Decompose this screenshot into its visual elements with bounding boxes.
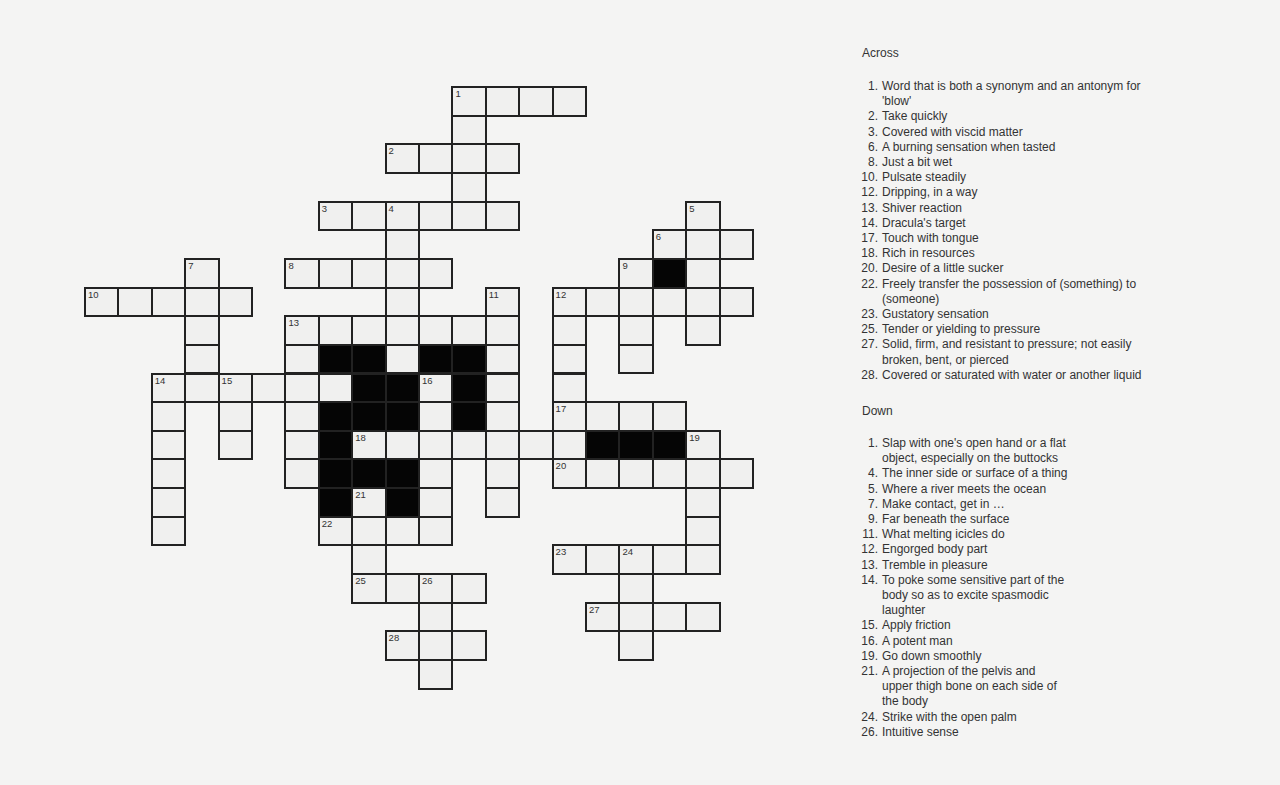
clue-number: 10. [858, 170, 878, 185]
cell-r7c12[interactable]: 11 [485, 287, 520, 318]
cell-r9c12[interactable] [485, 344, 520, 375]
cell-r1c11[interactable] [451, 115, 486, 146]
black-cell-r14c9 [385, 487, 420, 518]
cell-r10c12[interactable] [485, 373, 520, 404]
cell-r9c6[interactable] [284, 344, 319, 375]
down-header: Down [862, 404, 893, 419]
cell-r18c15[interactable]: 27 [585, 602, 620, 633]
black-cell-r9c8 [351, 344, 386, 375]
across-clue-17: 17.Touch with tongue [858, 231, 1141, 246]
black-cell-r6c17 [652, 258, 687, 289]
across-clue-27: 27.Solid, firm, and resistant to pressur… [858, 337, 1141, 367]
clue-text: Apply friction [882, 618, 951, 633]
clue-number: 27. [858, 337, 878, 367]
across-clue-23: 23.Gustatory sensation [858, 307, 1141, 322]
black-cell-r10c8 [351, 373, 386, 404]
cell-r10c4[interactable]: 15 [218, 373, 253, 404]
across-clue-list: 1.Word that is both a synonym and an ant… [858, 79, 1141, 383]
clue-text: Pulsate steadily [882, 170, 966, 185]
cell-r9c3[interactable] [184, 344, 219, 375]
black-cell-r12c7 [318, 430, 353, 461]
cell-number-13: 13 [288, 317, 299, 328]
clue-number: 13. [858, 558, 878, 573]
across-clue-2: 2.Take quickly [858, 109, 1141, 124]
cell-r9c14[interactable] [552, 344, 587, 375]
across-clue-20: 20.Desire of a little sucker [858, 261, 1141, 276]
clue-number: 16. [858, 634, 878, 649]
clue-text: Covered with viscid matter [882, 125, 1023, 140]
cell-number-21: 21 [355, 489, 366, 500]
black-cell-r13c9 [385, 458, 420, 489]
cell-number-25: 25 [355, 575, 366, 586]
clue-text: Where a river meets the ocean [882, 482, 1046, 497]
clue-number: 1. [858, 436, 878, 466]
cell-r4c11[interactable] [451, 201, 486, 232]
cell-r4c10[interactable] [418, 201, 453, 232]
cell-r12c18[interactable]: 19 [685, 430, 720, 461]
clue-text: To poke some sensitive part of thebody s… [882, 573, 1064, 619]
cell-r13c19[interactable] [719, 458, 754, 489]
cell-number-6: 6 [656, 231, 661, 242]
cell-r15c18[interactable] [685, 516, 720, 547]
cell-r14c18[interactable] [685, 487, 720, 518]
cell-r19c16[interactable] [618, 630, 653, 661]
cell-r6c16[interactable]: 9 [618, 258, 653, 289]
cell-r3c11[interactable] [451, 172, 486, 203]
down-clue-12: 12.Engorged body part [858, 542, 1067, 557]
black-cell-r13c7 [318, 458, 353, 489]
cell-r10c5[interactable] [251, 373, 286, 404]
clue-number: 9. [858, 512, 878, 527]
cell-number-14: 14 [155, 375, 166, 386]
cell-number-23: 23 [556, 546, 567, 557]
cell-r16c17[interactable] [652, 544, 687, 575]
clue-text: Covered or saturated with water or anoth… [882, 368, 1141, 383]
cell-r7c9[interactable] [385, 287, 420, 318]
cell-r11c12[interactable] [485, 401, 520, 432]
clue-text: A projection of the pelvis andupper thig… [882, 664, 1057, 710]
cell-r13c12[interactable] [485, 458, 520, 489]
across-clue-12: 12.Dripping, in a way [858, 185, 1141, 200]
clue-number: 8. [858, 155, 878, 170]
clue-number: 18. [858, 246, 878, 261]
cell-number-28: 28 [389, 632, 400, 643]
cell-r12c12[interactable] [485, 430, 520, 461]
black-cell-r12c17 [652, 430, 687, 461]
clue-text: Solid, firm, and resistant to pressure; … [882, 337, 1131, 367]
cell-r12c4[interactable] [218, 430, 253, 461]
down-clue-14: 14.To poke some sensitive part of thebod… [858, 573, 1067, 619]
cell-r18c10[interactable] [418, 602, 453, 633]
clue-text: Shiver reaction [882, 201, 962, 216]
cell-r14c8[interactable]: 21 [351, 487, 386, 518]
clue-text: Freely transfer the possession of (somet… [882, 277, 1136, 307]
cell-number-9: 9 [622, 260, 627, 271]
cell-r14c10[interactable] [418, 487, 453, 518]
cell-r16c14[interactable]: 23 [552, 544, 587, 575]
clue-text: Slap with one's open hand or a flatobjec… [882, 436, 1066, 466]
cell-r6c3[interactable]: 7 [184, 258, 219, 289]
clue-number: 17. [858, 231, 878, 246]
cell-r8c12[interactable] [485, 315, 520, 346]
black-cell-r10c9 [385, 373, 420, 404]
across-clue-22: 22.Freely transfer the possession of (so… [858, 277, 1141, 307]
cell-r2c9[interactable]: 2 [385, 143, 420, 174]
cell-r7c18[interactable] [685, 287, 720, 318]
cell-r8c18[interactable] [685, 315, 720, 346]
cell-r5c9[interactable] [385, 229, 420, 260]
black-cell-r12c16 [618, 430, 653, 461]
down-clue-1: 1.Slap with one's open hand or a flatobj… [858, 436, 1067, 466]
cell-r11c4[interactable] [218, 401, 253, 432]
across-clue-1: 1.Word that is both a synonym and an ant… [858, 79, 1141, 109]
cell-r11c16[interactable] [618, 401, 653, 432]
cell-r15c9[interactable] [385, 516, 420, 547]
down-clue-19: 19.Go down smoothly [858, 649, 1067, 664]
clue-text: Rich in resources [882, 246, 975, 261]
cell-number-8: 8 [288, 260, 293, 271]
cell-r10c6[interactable] [284, 373, 319, 404]
cell-r7c0[interactable]: 10 [84, 287, 119, 318]
clue-number: 19. [858, 649, 878, 664]
cell-r12c9[interactable] [385, 430, 420, 461]
down-clue-26: 26.Intuitive sense [858, 725, 1067, 740]
cell-r8c6[interactable]: 13 [284, 315, 319, 346]
clue-number: 20. [858, 261, 878, 276]
cell-r19c9[interactable]: 28 [385, 630, 420, 661]
cell-r11c10[interactable] [418, 401, 453, 432]
cell-number-24: 24 [622, 546, 633, 557]
cell-r8c16[interactable] [618, 315, 653, 346]
cell-number-5: 5 [689, 203, 694, 214]
clue-text: Tender or yielding to pressure [882, 322, 1040, 337]
cell-r11c17[interactable] [652, 401, 687, 432]
across-clue-10: 10.Pulsate steadily [858, 170, 1141, 185]
cell-r12c2[interactable] [151, 430, 186, 461]
down-clue-16: 16.A potent man [858, 634, 1067, 649]
cell-r20c10[interactable] [418, 659, 453, 690]
across-clue-6: 6.A burning sensation when tasted [858, 140, 1141, 155]
cell-r8c3[interactable] [184, 315, 219, 346]
cell-r6c9[interactable] [385, 258, 420, 289]
clue-number: 3. [858, 125, 878, 140]
black-cell-r9c7 [318, 344, 353, 375]
clue-number: 5. [858, 482, 878, 497]
cell-r0c12[interactable] [485, 86, 520, 117]
cell-r7c1[interactable] [117, 287, 152, 318]
cell-r8c8[interactable] [351, 315, 386, 346]
black-cell-r9c11 [451, 344, 486, 375]
cell-r9c9[interactable] [385, 344, 420, 375]
cell-number-1: 1 [455, 88, 460, 99]
clue-text: Dracula's target [882, 216, 966, 231]
clue-number: 7. [858, 497, 878, 512]
cell-r16c18[interactable] [685, 544, 720, 575]
cell-number-12: 12 [556, 289, 567, 300]
cell-r16c15[interactable] [585, 544, 620, 575]
clue-text: Gustatory sensation [882, 307, 989, 322]
cell-r13c14[interactable]: 20 [552, 458, 587, 489]
cell-r15c10[interactable] [418, 516, 453, 547]
clue-text: Just a bit wet [882, 155, 952, 170]
cell-r2c11[interactable] [451, 143, 486, 174]
cell-r19c11[interactable] [451, 630, 486, 661]
cell-number-18: 18 [355, 432, 366, 443]
black-cell-r12c15 [585, 430, 620, 461]
cell-number-16: 16 [422, 375, 433, 386]
clue-number: 23. [858, 307, 878, 322]
clue-number: 6. [858, 140, 878, 155]
black-cell-r11c11 [451, 401, 486, 432]
cell-r17c11[interactable] [451, 573, 486, 604]
clue-number: 13. [858, 201, 878, 216]
cell-r12c8[interactable]: 18 [351, 430, 386, 461]
cell-r10c14[interactable] [552, 373, 587, 404]
cell-r14c12[interactable] [485, 487, 520, 518]
down-clue-15: 15.Apply friction [858, 618, 1067, 633]
clue-text: A burning sensation when tasted [882, 140, 1055, 155]
cell-r13c17[interactable] [652, 458, 687, 489]
cell-r7c2[interactable] [151, 287, 186, 318]
down-clue-5: 5.Where a river meets the ocean [858, 482, 1067, 497]
clue-number: 11. [858, 527, 878, 542]
cell-number-3: 3 [322, 203, 327, 214]
cell-r15c7[interactable]: 22 [318, 516, 353, 547]
across-clue-18: 18.Rich in resources [858, 246, 1141, 261]
cell-number-27: 27 [589, 604, 600, 615]
crossword-page: 1234567891011121314151617181920212223242… [0, 0, 1280, 785]
cell-r17c9[interactable] [385, 573, 420, 604]
clue-text: The inner side or surface of a thing [882, 466, 1067, 481]
cell-r13c15[interactable] [585, 458, 620, 489]
cell-r17c8[interactable]: 25 [351, 573, 386, 604]
cell-r6c6[interactable]: 8 [284, 258, 319, 289]
cell-r11c2[interactable] [151, 401, 186, 432]
clue-number: 12. [858, 542, 878, 557]
down-clue-4: 4.The inner side or surface of a thing [858, 466, 1067, 481]
cell-r13c10[interactable] [418, 458, 453, 489]
cell-r0c14[interactable] [552, 86, 587, 117]
clue-number: 21. [858, 664, 878, 710]
cell-r8c14[interactable] [552, 315, 587, 346]
clue-number: 2. [858, 109, 878, 124]
clue-number: 14. [858, 573, 878, 619]
black-cell-r13c8 [351, 458, 386, 489]
across-clue-28: 28.Covered or saturated with water or an… [858, 368, 1141, 383]
cell-r0c13[interactable] [518, 86, 553, 117]
cell-number-26: 26 [422, 575, 433, 586]
across-header: Across [862, 46, 899, 61]
cell-r11c6[interactable] [284, 401, 319, 432]
down-clue-7: 7.Make contact, get in … [858, 497, 1067, 512]
cell-r6c8[interactable] [351, 258, 386, 289]
cell-r12c14[interactable] [552, 430, 587, 461]
clue-text: Engorged body part [882, 542, 987, 557]
down-clue-list: 1.Slap with one's open hand or a flatobj… [858, 436, 1067, 740]
cell-r10c3[interactable] [184, 373, 219, 404]
cell-r6c10[interactable] [418, 258, 453, 289]
across-clue-25: 25.Tender or yielding to pressure [858, 322, 1141, 337]
cell-r4c9[interactable]: 4 [385, 201, 420, 232]
clue-number: 12. [858, 185, 878, 200]
clue-number: 1. [858, 79, 878, 109]
cell-number-10: 10 [88, 289, 99, 300]
clue-number: 22. [858, 277, 878, 307]
cell-r16c8[interactable] [351, 544, 386, 575]
cell-r18c18[interactable] [685, 602, 720, 633]
cell-r18c17[interactable] [652, 602, 687, 633]
cell-r15c8[interactable] [351, 516, 386, 547]
black-cell-r9c10 [418, 344, 453, 375]
cell-r6c7[interactable] [318, 258, 353, 289]
cell-r8c7[interactable] [318, 315, 353, 346]
cell-r15c2[interactable] [151, 516, 186, 547]
across-clue-8: 8.Just a bit wet [858, 155, 1141, 170]
cell-r2c10[interactable] [418, 143, 453, 174]
cell-r8c9[interactable] [385, 315, 420, 346]
clue-number: 25. [858, 322, 878, 337]
cell-number-22: 22 [322, 518, 333, 529]
cell-r13c16[interactable] [618, 458, 653, 489]
cell-r19c10[interactable] [418, 630, 453, 661]
clue-text: Go down smoothly [882, 649, 981, 664]
clue-text: Desire of a little sucker [882, 261, 1003, 276]
cell-r13c18[interactable] [685, 458, 720, 489]
cell-r7c3[interactable] [184, 287, 219, 318]
clue-text: Touch with tongue [882, 231, 979, 246]
cell-r18c16[interactable] [618, 602, 653, 633]
cell-r16c16[interactable]: 24 [618, 544, 653, 575]
cell-r7c14[interactable]: 12 [552, 287, 587, 318]
cell-r4c8[interactable] [351, 201, 386, 232]
cell-r2c12[interactable] [485, 143, 520, 174]
cell-r7c16[interactable] [618, 287, 653, 318]
cell-r7c17[interactable] [652, 287, 687, 318]
cell-number-11: 11 [489, 289, 499, 300]
clue-text: What melting icicles do [882, 527, 1005, 542]
cell-r5c18[interactable] [685, 229, 720, 260]
cell-r7c15[interactable] [585, 287, 620, 318]
cell-r13c2[interactable] [151, 458, 186, 489]
cell-r17c16[interactable] [618, 573, 653, 604]
cell-r5c17[interactable]: 6 [652, 229, 687, 260]
cell-r12c10[interactable] [418, 430, 453, 461]
cell-r8c11[interactable] [451, 315, 486, 346]
clue-number: 15. [858, 618, 878, 633]
across-clue-14: 14.Dracula's target [858, 216, 1141, 231]
cell-number-2: 2 [389, 145, 394, 156]
clue-text: A potent man [882, 634, 953, 649]
down-clue-11: 11.What melting icicles do [858, 527, 1067, 542]
clue-number: 26. [858, 725, 878, 740]
cell-r7c19[interactable] [719, 287, 754, 318]
down-clue-13: 13.Tremble in pleasure [858, 558, 1067, 573]
clue-text: Word that is both a synonym and an anton… [882, 79, 1141, 109]
clue-text: Tremble in pleasure [882, 558, 988, 573]
cell-r8c10[interactable] [418, 315, 453, 346]
down-clue-9: 9.Far beneath the surface [858, 512, 1067, 527]
cell-number-15: 15 [222, 375, 233, 386]
cell-r7c4[interactable] [218, 287, 253, 318]
clue-text: Strike with the open palm [882, 710, 1017, 725]
cell-r10c2[interactable]: 14 [151, 373, 186, 404]
cell-r17c10[interactable]: 26 [418, 573, 453, 604]
cell-r0c11[interactable]: 1 [451, 86, 486, 117]
cell-r10c7[interactable] [318, 373, 353, 404]
cell-r13c6[interactable] [284, 458, 319, 489]
cell-r5c19[interactable] [719, 229, 754, 260]
black-cell-r10c11 [451, 373, 486, 404]
cell-r4c7[interactable]: 3 [318, 201, 353, 232]
cell-r9c16[interactable] [618, 344, 653, 375]
black-cell-r11c8 [351, 401, 386, 432]
cell-number-7: 7 [188, 260, 193, 271]
cell-r11c14[interactable]: 17 [552, 401, 587, 432]
down-clue-24: 24.Strike with the open palm [858, 710, 1067, 725]
clue-text: Intuitive sense [882, 725, 959, 740]
cell-r12c13[interactable] [518, 430, 553, 461]
cell-r4c12[interactable] [485, 201, 520, 232]
cell-r6c18[interactable] [685, 258, 720, 289]
cell-r12c6[interactable] [284, 430, 319, 461]
cell-r12c11[interactable] [451, 430, 486, 461]
clue-text: Take quickly [882, 109, 947, 124]
clue-number: 4. [858, 466, 878, 481]
cell-number-20: 20 [556, 460, 567, 471]
cell-r4c18[interactable]: 5 [685, 201, 720, 232]
cell-number-19: 19 [689, 432, 700, 443]
down-clue-21: 21.A projection of the pelvis andupper t… [858, 664, 1067, 710]
clue-number: 28. [858, 368, 878, 383]
black-cell-r11c7 [318, 401, 353, 432]
clue-text: Far beneath the surface [882, 512, 1009, 527]
clue-number: 24. [858, 710, 878, 725]
black-cell-r11c9 [385, 401, 420, 432]
cell-number-4: 4 [389, 203, 394, 214]
black-cell-r14c7 [318, 487, 353, 518]
across-clue-13: 13.Shiver reaction [858, 201, 1141, 216]
clue-text: Dripping, in a way [882, 185, 977, 200]
cell-number-17: 17 [556, 403, 567, 414]
cell-r11c15[interactable] [585, 401, 620, 432]
cell-r14c2[interactable] [151, 487, 186, 518]
clue-number: 14. [858, 216, 878, 231]
cell-r10c10[interactable]: 16 [418, 373, 453, 404]
clue-text: Make contact, get in … [882, 497, 1005, 512]
across-clue-3: 3.Covered with viscid matter [858, 125, 1141, 140]
